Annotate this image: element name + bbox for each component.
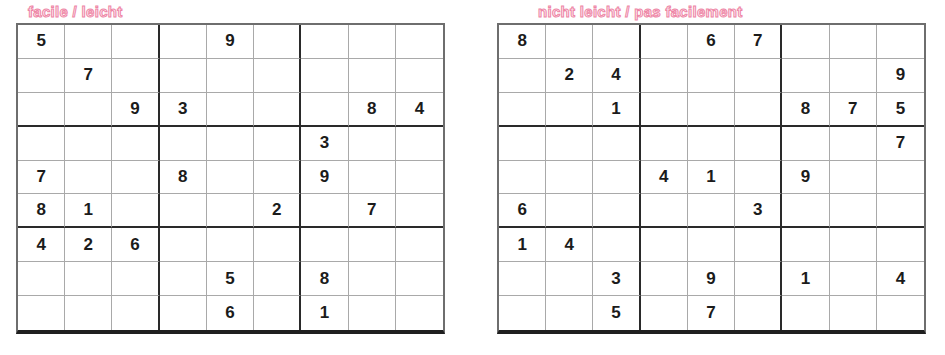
cell-r7c4-empty	[641, 228, 688, 262]
cell-r7c2-given: 4	[546, 228, 593, 262]
cell-r7c8-empty	[830, 228, 877, 262]
cell-r5c1-given: 7	[18, 161, 65, 195]
cell-r5c4-given: 8	[160, 161, 207, 195]
cell-r5c2-empty	[65, 161, 112, 195]
cell-r3c4-empty	[641, 93, 688, 127]
cell-r7c6-empty	[254, 228, 301, 262]
cell-r1c7-empty	[301, 25, 348, 59]
cell-r1c1-given: 8	[499, 25, 546, 59]
cell-r5c7-given: 9	[301, 161, 348, 195]
cell-r2c2-given: 7	[65, 59, 112, 93]
cell-r8c2-empty	[65, 262, 112, 296]
cell-r9c7-empty	[782, 296, 829, 330]
cell-r9c5-given: 6	[207, 296, 254, 330]
cell-r3c6-empty	[735, 93, 782, 127]
cell-r6c3-empty	[112, 194, 159, 228]
cell-r4c1-empty	[499, 127, 546, 161]
cell-r5c7-given: 9	[782, 161, 829, 195]
cell-r5c4-given: 4	[641, 161, 688, 195]
cell-r3c1-empty	[499, 93, 546, 127]
cell-r9c8-empty	[830, 296, 877, 330]
cell-r2c1-empty	[499, 59, 546, 93]
cell-r6c9-empty	[396, 194, 443, 228]
cell-r2c9-given: 9	[877, 59, 924, 93]
cell-r7c2-given: 2	[65, 228, 112, 262]
cell-r7c6-empty	[735, 228, 782, 262]
cell-r5c5-given: 1	[688, 161, 735, 195]
cell-r5c6-empty	[735, 161, 782, 195]
cell-r5c1-empty	[499, 161, 546, 195]
cell-r7c4-empty	[160, 228, 207, 262]
cell-r4c8-empty	[830, 127, 877, 161]
cell-r8c7-given: 1	[782, 262, 829, 296]
cell-r9c2-empty	[65, 296, 112, 330]
cell-r3c8-given: 7	[830, 93, 877, 127]
cell-r4c3-empty	[112, 127, 159, 161]
cell-r2c7-empty	[301, 59, 348, 93]
cell-r9c6-empty	[254, 296, 301, 330]
cell-r9c9-empty	[396, 296, 443, 330]
cell-r4c6-empty	[254, 127, 301, 161]
cell-r2c2-given: 2	[546, 59, 593, 93]
cell-r5c8-empty	[830, 161, 877, 195]
cell-r7c3-given: 6	[112, 228, 159, 262]
cell-r7c9-empty	[877, 228, 924, 262]
cell-r4c9-empty	[396, 127, 443, 161]
cell-r6c8-empty	[830, 194, 877, 228]
cell-r3c9-given: 5	[877, 93, 924, 127]
cell-r5c2-empty	[546, 161, 593, 195]
cell-r1c5-given: 9	[207, 25, 254, 59]
cell-r2c3-empty	[112, 59, 159, 93]
cell-r3c5-empty	[688, 93, 735, 127]
cell-r4c7-given: 3	[301, 127, 348, 161]
cell-r4c3-empty	[593, 127, 640, 161]
cell-r1c6-given: 7	[735, 25, 782, 59]
cell-r6c6-given: 3	[735, 194, 782, 228]
cell-r8c3-empty	[112, 262, 159, 296]
cell-r3c6-empty	[254, 93, 301, 127]
sudoku-grid-hard: 867249187574196314391457	[497, 23, 926, 334]
cell-r4c4-empty	[160, 127, 207, 161]
cell-r9c3-empty	[112, 296, 159, 330]
cell-r1c5-given: 6	[688, 25, 735, 59]
cell-r2c8-empty	[349, 59, 396, 93]
cell-r1c7-empty	[782, 25, 829, 59]
cell-r8c4-empty	[641, 262, 688, 296]
cell-r6c3-empty	[593, 194, 640, 228]
cell-r1c3-empty	[593, 25, 640, 59]
cell-r8c5-given: 9	[688, 262, 735, 296]
cell-r4c9-given: 7	[877, 127, 924, 161]
cell-r1c9-empty	[877, 25, 924, 59]
cell-r7c5-empty	[207, 228, 254, 262]
cell-r9c6-empty	[735, 296, 782, 330]
cell-r1c1-given: 5	[18, 25, 65, 59]
cell-r4c4-empty	[641, 127, 688, 161]
cell-r6c7-empty	[782, 194, 829, 228]
cell-r4c8-empty	[349, 127, 396, 161]
cell-r3c9-given: 4	[396, 93, 443, 127]
cell-r2c3-given: 4	[593, 59, 640, 93]
cell-r3c5-empty	[207, 93, 254, 127]
cell-r1c4-empty	[160, 25, 207, 59]
cell-r1c2-empty	[65, 25, 112, 59]
cell-r4c1-empty	[18, 127, 65, 161]
cell-r8c6-empty	[254, 262, 301, 296]
cell-r6c1-given: 8	[18, 194, 65, 228]
cell-r2c4-empty	[641, 59, 688, 93]
cell-r8c9-given: 4	[877, 262, 924, 296]
cell-r2c6-empty	[254, 59, 301, 93]
cell-r1c2-empty	[546, 25, 593, 59]
cell-r9c4-empty	[641, 296, 688, 330]
cell-r6c9-empty	[877, 194, 924, 228]
cell-r3c3-given: 1	[593, 93, 640, 127]
cell-r8c1-empty	[499, 262, 546, 296]
cell-r8c1-empty	[18, 262, 65, 296]
cell-r2c6-empty	[735, 59, 782, 93]
cell-r2c5-empty	[688, 59, 735, 93]
cell-r5c3-empty	[593, 161, 640, 195]
cell-r6c2-given: 1	[65, 194, 112, 228]
sudoku-grid-easy: 5979384378981274265861	[16, 23, 445, 334]
cell-r7c3-empty	[593, 228, 640, 262]
puzzle-page: facile / leicht 5979384378981274265861 n…	[0, 0, 945, 355]
cell-r5c3-empty	[112, 161, 159, 195]
cell-r8c8-empty	[830, 262, 877, 296]
cell-r4c2-empty	[546, 127, 593, 161]
cell-r2c1-empty	[18, 59, 65, 93]
cell-r8c3-given: 3	[593, 262, 640, 296]
cell-r7c8-empty	[349, 228, 396, 262]
sudoku-puzzle-easy: facile / leicht 5979384378981274265861	[16, 2, 445, 334]
cell-r1c4-empty	[641, 25, 688, 59]
cell-r3c7-empty	[301, 93, 348, 127]
cell-r4c7-empty	[782, 127, 829, 161]
cell-r6c7-empty	[301, 194, 348, 228]
cell-r8c8-empty	[349, 262, 396, 296]
cell-r6c8-given: 7	[349, 194, 396, 228]
cell-r6c2-empty	[546, 194, 593, 228]
puzzle-title-hard: nicht leicht / pas facilement	[538, 2, 926, 21]
cell-r7c7-empty	[782, 228, 829, 262]
cell-r3c4-given: 3	[160, 93, 207, 127]
cell-r4c5-empty	[207, 127, 254, 161]
cell-r2c5-empty	[207, 59, 254, 93]
cell-r2c7-empty	[782, 59, 829, 93]
cell-r3c2-empty	[65, 93, 112, 127]
cell-r2c9-empty	[396, 59, 443, 93]
cell-r1c6-empty	[254, 25, 301, 59]
cell-r9c1-empty	[18, 296, 65, 330]
cell-r1c8-empty	[349, 25, 396, 59]
sudoku-puzzle-hard: nicht leicht / pas facilement 8672491875…	[497, 2, 926, 334]
cell-r6c4-empty	[641, 194, 688, 228]
cell-r9c3-given: 5	[593, 296, 640, 330]
cell-r9c2-empty	[546, 296, 593, 330]
cell-r7c5-empty	[688, 228, 735, 262]
cell-r8c4-empty	[160, 262, 207, 296]
cell-r3c7-given: 8	[782, 93, 829, 127]
cell-r3c8-given: 8	[349, 93, 396, 127]
cell-r9c9-empty	[877, 296, 924, 330]
cell-r3c3-given: 9	[112, 93, 159, 127]
cell-r5c6-empty	[254, 161, 301, 195]
cell-r8c2-empty	[546, 262, 593, 296]
cell-r1c8-empty	[830, 25, 877, 59]
cell-r9c1-empty	[499, 296, 546, 330]
cell-r4c6-empty	[735, 127, 782, 161]
cell-r8c6-empty	[735, 262, 782, 296]
cell-r9c5-given: 7	[688, 296, 735, 330]
cell-r6c5-empty	[207, 194, 254, 228]
cell-r2c4-empty	[160, 59, 207, 93]
cell-r8c9-empty	[396, 262, 443, 296]
cell-r7c1-given: 4	[18, 228, 65, 262]
cell-r9c4-empty	[160, 296, 207, 330]
cell-r4c2-empty	[65, 127, 112, 161]
cell-r7c1-given: 1	[499, 228, 546, 262]
cell-r9c7-given: 1	[301, 296, 348, 330]
cell-r8c7-given: 8	[301, 262, 348, 296]
cell-r7c9-empty	[396, 228, 443, 262]
cell-r6c4-empty	[160, 194, 207, 228]
cell-r5c8-empty	[349, 161, 396, 195]
cell-r5c9-empty	[877, 161, 924, 195]
cell-r6c5-empty	[688, 194, 735, 228]
puzzle-title-easy: facile / leicht	[28, 2, 445, 21]
cell-r7c7-empty	[301, 228, 348, 262]
cell-r6c6-given: 2	[254, 194, 301, 228]
cell-r9c8-empty	[349, 296, 396, 330]
cell-r3c1-empty	[18, 93, 65, 127]
cell-r1c3-empty	[112, 25, 159, 59]
cell-r3c2-empty	[546, 93, 593, 127]
cell-r6c1-given: 6	[499, 194, 546, 228]
cell-r2c8-empty	[830, 59, 877, 93]
cell-r1c9-empty	[396, 25, 443, 59]
cell-r5c5-empty	[207, 161, 254, 195]
cell-r8c5-given: 5	[207, 262, 254, 296]
cell-r5c9-empty	[396, 161, 443, 195]
cell-r4c5-empty	[688, 127, 735, 161]
